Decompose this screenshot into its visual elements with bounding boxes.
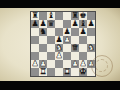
square-g6[interactable]: ♟ bbox=[79, 28, 87, 36]
square-d4[interactable]: ♞ bbox=[55, 44, 63, 52]
piece-white-king: ♚ bbox=[79, 68, 86, 76]
watermark-stamp bbox=[91, 55, 113, 77]
piece-white-pawn: ♟ bbox=[71, 60, 78, 68]
square-g2[interactable]: ♟ bbox=[79, 60, 87, 68]
square-e8[interactable] bbox=[63, 12, 71, 20]
square-f5[interactable] bbox=[71, 36, 79, 44]
letterbox-bottom-bar bbox=[0, 81, 120, 90]
square-f1[interactable] bbox=[71, 68, 79, 76]
square-c8[interactable]: ♝ bbox=[47, 12, 55, 20]
piece-white-knight: ♞ bbox=[55, 44, 62, 52]
square-h5[interactable] bbox=[87, 36, 95, 44]
square-b4[interactable] bbox=[39, 44, 47, 52]
square-c4[interactable] bbox=[47, 44, 55, 52]
square-d1[interactable] bbox=[55, 68, 63, 76]
square-c1[interactable] bbox=[47, 68, 55, 76]
square-f8[interactable]: ♜ bbox=[71, 12, 79, 20]
piece-black-pawn: ♟ bbox=[87, 20, 94, 28]
square-a2[interactable]: ♟ bbox=[31, 60, 39, 68]
square-b1[interactable]: ♜ bbox=[39, 68, 47, 76]
square-e1[interactable]: ♜ bbox=[63, 68, 71, 76]
square-c6[interactable] bbox=[47, 28, 55, 36]
square-f2[interactable]: ♟ bbox=[71, 60, 79, 68]
piece-white-pawn: ♟ bbox=[55, 52, 62, 60]
piece-white-knight: ♞ bbox=[87, 44, 94, 52]
square-e5[interactable]: ♟ bbox=[63, 36, 71, 44]
square-b8[interactable] bbox=[39, 12, 47, 20]
square-d3[interactable]: ♟ bbox=[55, 52, 63, 60]
square-d2[interactable] bbox=[55, 60, 63, 68]
watermark-stamp-inner-ring bbox=[95, 59, 108, 72]
piece-black-bishop: ♝ bbox=[47, 12, 54, 20]
square-c2[interactable] bbox=[47, 60, 55, 68]
piece-black-bishop: ♝ bbox=[79, 20, 86, 28]
square-g5[interactable] bbox=[79, 36, 87, 44]
square-f3[interactable] bbox=[71, 52, 79, 60]
square-b3[interactable] bbox=[39, 52, 47, 60]
square-e4[interactable] bbox=[63, 44, 71, 52]
square-d7[interactable] bbox=[55, 20, 63, 28]
square-a7[interactable]: ♟ bbox=[31, 20, 39, 28]
square-b5[interactable] bbox=[39, 36, 47, 44]
square-c7[interactable]: ♛ bbox=[47, 20, 55, 28]
square-e6[interactable]: ♟ bbox=[63, 28, 71, 36]
piece-black-pawn: ♟ bbox=[79, 28, 86, 36]
letterbox-top-bar bbox=[0, 0, 120, 8]
square-d5[interactable]: ♟ bbox=[55, 36, 63, 44]
square-f6[interactable] bbox=[71, 28, 79, 36]
square-a6[interactable] bbox=[31, 28, 39, 36]
square-f7[interactable]: ♟ bbox=[71, 20, 79, 28]
square-h8[interactable] bbox=[87, 12, 95, 20]
piece-white-pawn: ♟ bbox=[63, 36, 70, 44]
chess-board: ♜♝♜♚♟♟♛♟♝♟♞♟♟♟♟♞♛♞♟♟♟♟♟♟♜♜♚ bbox=[30, 11, 96, 77]
square-f4[interactable]: ♛ bbox=[71, 44, 79, 52]
square-g8[interactable]: ♚ bbox=[79, 12, 87, 20]
square-d8[interactable] bbox=[55, 12, 63, 20]
piece-white-rook: ♜ bbox=[39, 68, 46, 76]
piece-black-rook: ♜ bbox=[31, 12, 38, 20]
square-c3[interactable] bbox=[47, 52, 55, 60]
video-thumbnail: ♜♝♜♚♟♟♛♟♝♟♞♟♟♟♟♞♛♞♟♟♟♟♟♟♜♜♚ bbox=[0, 0, 120, 90]
square-d6[interactable] bbox=[55, 28, 63, 36]
piece-white-pawn: ♟ bbox=[39, 60, 46, 68]
piece-white-queen: ♛ bbox=[71, 44, 78, 52]
square-e3[interactable] bbox=[63, 52, 71, 60]
square-a1[interactable] bbox=[31, 68, 39, 76]
piece-black-knight: ♞ bbox=[39, 28, 46, 36]
square-a8[interactable]: ♜ bbox=[31, 12, 39, 20]
square-g1[interactable]: ♚ bbox=[79, 68, 87, 76]
square-g3[interactable] bbox=[79, 52, 87, 60]
piece-black-pawn: ♟ bbox=[55, 36, 62, 44]
square-h6[interactable] bbox=[87, 28, 95, 36]
piece-white-rook: ♜ bbox=[63, 68, 70, 76]
piece-black-pawn: ♟ bbox=[31, 20, 38, 28]
piece-white-pawn: ♟ bbox=[31, 60, 38, 68]
square-c5[interactable] bbox=[47, 36, 55, 44]
square-a3[interactable] bbox=[31, 52, 39, 60]
piece-white-pawn: ♟ bbox=[79, 60, 86, 68]
square-a5[interactable] bbox=[31, 36, 39, 44]
square-h7[interactable]: ♟ bbox=[87, 20, 95, 28]
piece-black-queen: ♛ bbox=[47, 20, 54, 28]
square-b2[interactable]: ♟ bbox=[39, 60, 47, 68]
square-a4[interactable] bbox=[31, 44, 39, 52]
piece-black-pawn: ♟ bbox=[63, 28, 70, 36]
square-e7[interactable] bbox=[63, 20, 71, 28]
square-e2[interactable] bbox=[63, 60, 71, 68]
piece-black-king: ♚ bbox=[79, 12, 86, 20]
piece-black-pawn: ♟ bbox=[71, 20, 78, 28]
square-g4[interactable] bbox=[79, 44, 87, 52]
square-g7[interactable]: ♝ bbox=[79, 20, 87, 28]
piece-black-rook: ♜ bbox=[71, 12, 78, 20]
square-b7[interactable]: ♟ bbox=[39, 20, 47, 28]
square-h4[interactable]: ♞ bbox=[87, 44, 95, 52]
square-b6[interactable]: ♞ bbox=[39, 28, 47, 36]
piece-black-pawn: ♟ bbox=[39, 20, 46, 28]
